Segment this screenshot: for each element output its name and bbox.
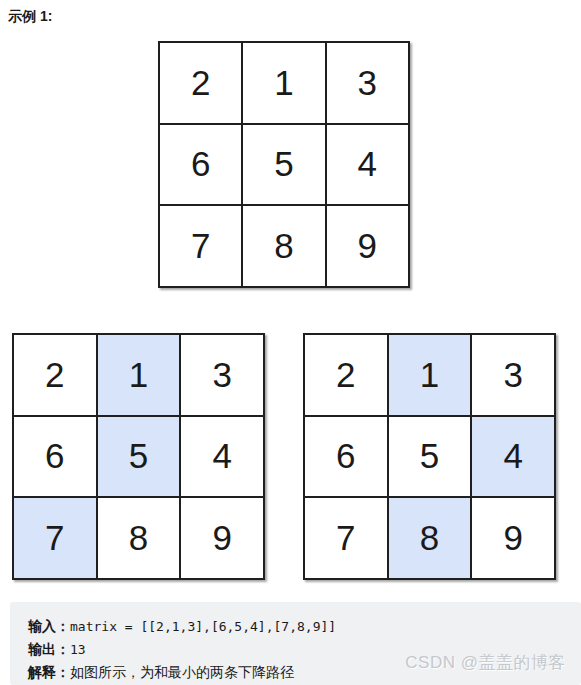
matrix-plain-cell-r2c0: 7: [160, 206, 241, 286]
matrix-path-1-cell-r2c2: 9: [181, 498, 263, 578]
matrix-plain-cell-r0c0: 2: [160, 43, 241, 123]
matrix-path-2-cell-r0c1: 1: [389, 335, 471, 415]
matrix-path-1-cell-r0c1: 1: [98, 335, 180, 415]
example-title: 示例 1:: [8, 8, 52, 26]
matrix-plain-cell-r0c1: 1: [243, 43, 324, 123]
matrix-path-2-cell-r0c0: 2: [305, 335, 387, 415]
matrix-path-1-cell-r0c0: 2: [14, 335, 96, 415]
matrix-path-2-cell-r1c0: 6: [305, 417, 387, 497]
explanation-value: 如图所示，为和最小的两条下降路径: [70, 664, 294, 680]
matrix-path-2-cell-r1c2: 4: [472, 417, 554, 497]
matrix-path-1-cell-r1c1: 5: [98, 417, 180, 497]
input-label: 输入：: [28, 618, 70, 634]
matrix-path-1-cell-r1c0: 6: [14, 417, 96, 497]
matrix-path-2-cell-r2c0: 7: [305, 498, 387, 578]
csdn-watermark: CSDN @盖盖的博客: [405, 651, 566, 674]
output-value: 13: [70, 642, 86, 657]
input-line: 输入：matrix = [[2,1,3],[6,5,4],[7,8,9]]: [28, 615, 581, 638]
matrix-plain-cell-r2c1: 8: [243, 206, 324, 286]
matrix-path-1-cell-r1c2: 4: [181, 417, 263, 497]
matrix-plain-cell-r0c2: 3: [327, 43, 408, 123]
input-value: matrix = [[2,1,3],[6,5,4],[7,8,9]]: [70, 619, 336, 634]
matrix-path-1-cell-r2c0: 7: [14, 498, 96, 578]
matrix-path-2-cell-r2c2: 9: [472, 498, 554, 578]
matrix-plain-cell-r1c0: 6: [160, 125, 241, 205]
matrix-path-1-cell-r2c1: 8: [98, 498, 180, 578]
matrix-grid-plain: 213654789: [158, 41, 410, 288]
matrix-grid-path-2: 213654789: [303, 333, 556, 580]
matrix-grid-path-1: 213654789: [12, 333, 265, 580]
explanation-label: 解释：: [28, 664, 70, 680]
matrix-path-2-cell-r1c1: 5: [389, 417, 471, 497]
matrix-path-2-cell-r2c1: 8: [389, 498, 471, 578]
matrix-path-1-cell-r0c2: 3: [181, 335, 263, 415]
output-label: 输出：: [28, 641, 70, 657]
matrix-plain-cell-r1c1: 5: [243, 125, 324, 205]
matrix-plain-cell-r2c2: 9: [327, 206, 408, 286]
matrix-plain-cell-r1c2: 4: [327, 125, 408, 205]
matrix-path-2-cell-r0c2: 3: [472, 335, 554, 415]
